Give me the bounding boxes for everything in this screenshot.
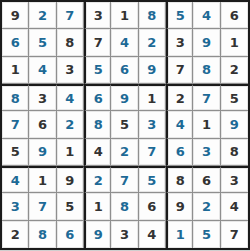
cell-r4c1[interactable]: 8 xyxy=(2,84,29,111)
cell-r7c4[interactable]: 2 xyxy=(84,166,111,193)
cell-r2c7[interactable]: 3 xyxy=(166,29,193,56)
cell-r3c7[interactable]: 7 xyxy=(166,57,193,84)
cell-r2c5[interactable]: 4 xyxy=(111,29,138,56)
cell-r9c9[interactable]: 7 xyxy=(221,221,248,248)
cell-r2c6[interactable]: 2 xyxy=(139,29,166,56)
cell-r5c4[interactable]: 8 xyxy=(84,111,111,138)
cell-r7c1[interactable]: 4 xyxy=(2,166,29,193)
cell-r9c8[interactable]: 5 xyxy=(193,221,220,248)
cell-r9c6[interactable]: 4 xyxy=(139,221,166,248)
cell-r6c1[interactable]: 5 xyxy=(2,139,29,166)
cell-r7c3[interactable]: 9 xyxy=(57,166,84,193)
cell-r1c4[interactable]: 3 xyxy=(84,2,111,29)
cell-r3c2[interactable]: 4 xyxy=(29,57,56,84)
cell-r6c2[interactable]: 9 xyxy=(29,139,56,166)
cell-r1c1[interactable]: 9 xyxy=(2,2,29,29)
cell-r6c6[interactable]: 7 xyxy=(139,139,166,166)
cell-r7c5[interactable]: 7 xyxy=(111,166,138,193)
cell-r1c7[interactable]: 5 xyxy=(166,2,193,29)
cell-r8c7[interactable]: 9 xyxy=(166,193,193,220)
cell-r5c8[interactable]: 1 xyxy=(193,111,220,138)
cell-r5c5[interactable]: 5 xyxy=(111,111,138,138)
cell-r3c3[interactable]: 3 xyxy=(57,57,84,84)
cell-r5c7[interactable]: 4 xyxy=(166,111,193,138)
cell-r1c5[interactable]: 1 xyxy=(111,2,138,29)
cell-r4c2[interactable]: 3 xyxy=(29,84,56,111)
cell-r4c9[interactable]: 5 xyxy=(221,84,248,111)
cell-r2c1[interactable]: 6 xyxy=(2,29,29,56)
cell-r1c6[interactable]: 8 xyxy=(139,2,166,29)
cell-r1c9[interactable]: 6 xyxy=(221,2,248,29)
cell-r7c8[interactable]: 6 xyxy=(193,166,220,193)
cell-r7c2[interactable]: 1 xyxy=(29,166,56,193)
cell-r5c1[interactable]: 7 xyxy=(2,111,29,138)
cell-r8c6[interactable]: 6 xyxy=(139,193,166,220)
cell-r2c2[interactable]: 5 xyxy=(29,29,56,56)
cell-r9c2[interactable]: 8 xyxy=(29,221,56,248)
cell-r3c5[interactable]: 6 xyxy=(111,57,138,84)
cell-r4c8[interactable]: 7 xyxy=(193,84,220,111)
cell-r8c9[interactable]: 4 xyxy=(221,193,248,220)
cell-r4c7[interactable]: 2 xyxy=(166,84,193,111)
cell-r7c7[interactable]: 8 xyxy=(166,166,193,193)
cell-r8c4[interactable]: 1 xyxy=(84,193,111,220)
cell-r9c5[interactable]: 3 xyxy=(111,221,138,248)
cell-r1c3[interactable]: 7 xyxy=(57,2,84,29)
cell-r9c7[interactable]: 1 xyxy=(166,221,193,248)
cell-r5c6[interactable]: 3 xyxy=(139,111,166,138)
cell-r4c3[interactable]: 4 xyxy=(57,84,84,111)
cell-r4c4[interactable]: 6 xyxy=(84,84,111,111)
cell-r4c5[interactable]: 9 xyxy=(111,84,138,111)
cell-r4c6[interactable]: 1 xyxy=(139,84,166,111)
cell-r6c3[interactable]: 1 xyxy=(57,139,84,166)
cell-r1c8[interactable]: 4 xyxy=(193,2,220,29)
cell-r8c3[interactable]: 5 xyxy=(57,193,84,220)
cell-r3c4[interactable]: 5 xyxy=(84,57,111,84)
cell-r8c2[interactable]: 7 xyxy=(29,193,56,220)
cell-r8c8[interactable]: 2 xyxy=(193,193,220,220)
cell-r5c2[interactable]: 6 xyxy=(29,111,56,138)
cell-r2c8[interactable]: 9 xyxy=(193,29,220,56)
cell-r7c6[interactable]: 5 xyxy=(139,166,166,193)
cell-r5c3[interactable]: 2 xyxy=(57,111,84,138)
cell-r2c9[interactable]: 1 xyxy=(221,29,248,56)
cell-r6c8[interactable]: 3 xyxy=(193,139,220,166)
cell-r6c9[interactable]: 8 xyxy=(221,139,248,166)
cell-r5c9[interactable]: 9 xyxy=(221,111,248,138)
cell-r7c9[interactable]: 3 xyxy=(221,166,248,193)
sudoku-board: 9273185466587423911435697828346912757628… xyxy=(0,0,250,250)
cell-r9c1[interactable]: 2 xyxy=(2,221,29,248)
cell-r6c5[interactable]: 2 xyxy=(111,139,138,166)
cell-r9c3[interactable]: 6 xyxy=(57,221,84,248)
cell-r9c4[interactable]: 9 xyxy=(84,221,111,248)
cell-r3c9[interactable]: 2 xyxy=(221,57,248,84)
cell-r2c3[interactable]: 8 xyxy=(57,29,84,56)
cell-r3c6[interactable]: 9 xyxy=(139,57,166,84)
cell-r6c4[interactable]: 4 xyxy=(84,139,111,166)
cell-r3c1[interactable]: 1 xyxy=(2,57,29,84)
cell-r6c7[interactable]: 6 xyxy=(166,139,193,166)
cell-r8c5[interactable]: 8 xyxy=(111,193,138,220)
cell-r1c2[interactable]: 2 xyxy=(29,2,56,29)
cell-r8c1[interactable]: 3 xyxy=(2,193,29,220)
cell-r3c8[interactable]: 8 xyxy=(193,57,220,84)
cell-r2c4[interactable]: 7 xyxy=(84,29,111,56)
